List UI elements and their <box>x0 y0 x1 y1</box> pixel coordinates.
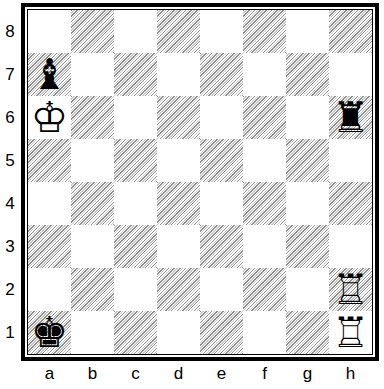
square-d3[interactable] <box>157 225 200 268</box>
board-grid: ♝♔♜♖♚♖ <box>28 10 372 354</box>
piece-black-rook[interactable]: ♜ <box>332 96 370 139</box>
square-c2[interactable] <box>114 268 157 311</box>
piece-white-king[interactable]: ♔ <box>31 96 69 139</box>
piece-white-rook[interactable]: ♖ <box>332 268 370 311</box>
square-e6[interactable] <box>200 96 243 139</box>
square-c7[interactable] <box>114 53 157 96</box>
square-e5[interactable] <box>200 139 243 182</box>
square-e3[interactable] <box>200 225 243 268</box>
square-d6[interactable] <box>157 96 200 139</box>
square-h3[interactable] <box>329 225 372 268</box>
square-a1[interactable]: ♚ <box>28 311 71 354</box>
square-a3[interactable] <box>28 225 71 268</box>
square-e1[interactable] <box>200 311 243 354</box>
file-label-b: b <box>71 361 114 387</box>
square-d1[interactable] <box>157 311 200 354</box>
square-e8[interactable] <box>200 10 243 53</box>
square-f8[interactable] <box>243 10 286 53</box>
file-label-d: d <box>157 361 200 387</box>
square-b8[interactable] <box>71 10 114 53</box>
chess-board-inner: ♝♔♜♖♚♖ <box>27 9 373 355</box>
rank-label-2: 2 <box>0 268 20 311</box>
file-label-e: e <box>200 361 243 387</box>
square-c6[interactable] <box>114 96 157 139</box>
rank-label-4: 4 <box>0 182 20 225</box>
rank-label-5: 5 <box>0 139 20 182</box>
rank-label-7: 7 <box>0 53 20 96</box>
square-e4[interactable] <box>200 182 243 225</box>
square-f3[interactable] <box>243 225 286 268</box>
square-h2[interactable]: ♖ <box>329 268 372 311</box>
square-d7[interactable] <box>157 53 200 96</box>
square-f1[interactable] <box>243 311 286 354</box>
square-d4[interactable] <box>157 182 200 225</box>
square-g2[interactable] <box>286 268 329 311</box>
square-h4[interactable] <box>329 182 372 225</box>
rank-label-1: 1 <box>0 311 20 354</box>
square-d8[interactable] <box>157 10 200 53</box>
square-b4[interactable] <box>71 182 114 225</box>
square-g5[interactable] <box>286 139 329 182</box>
square-g8[interactable] <box>286 10 329 53</box>
square-g6[interactable] <box>286 96 329 139</box>
file-label-f: f <box>243 361 286 387</box>
square-f4[interactable] <box>243 182 286 225</box>
rank-label-8: 8 <box>0 10 20 53</box>
square-a4[interactable] <box>28 182 71 225</box>
square-c3[interactable] <box>114 225 157 268</box>
piece-black-bishop[interactable]: ♝ <box>31 53 69 96</box>
square-f5[interactable] <box>243 139 286 182</box>
file-label-c: c <box>114 361 157 387</box>
square-b1[interactable] <box>71 311 114 354</box>
square-a7[interactable]: ♝ <box>28 53 71 96</box>
square-g1[interactable] <box>286 311 329 354</box>
piece-black-king[interactable]: ♚ <box>31 311 69 354</box>
chess-board: ♝♔♜♖♚♖ <box>21 3 379 361</box>
square-c8[interactable] <box>114 10 157 53</box>
chess-diagram: 87654321 ♝♔♜♖♚♖ abcdefgh <box>0 0 384 389</box>
square-h8[interactable] <box>329 10 372 53</box>
square-f6[interactable] <box>243 96 286 139</box>
square-h1[interactable]: ♖ <box>329 311 372 354</box>
file-label-h: h <box>329 361 372 387</box>
rank-label-3: 3 <box>0 225 20 268</box>
square-g4[interactable] <box>286 182 329 225</box>
square-c5[interactable] <box>114 139 157 182</box>
square-a6[interactable]: ♔ <box>28 96 71 139</box>
square-f7[interactable] <box>243 53 286 96</box>
square-f2[interactable] <box>243 268 286 311</box>
file-label-g: g <box>286 361 329 387</box>
square-c1[interactable] <box>114 311 157 354</box>
square-d5[interactable] <box>157 139 200 182</box>
square-g7[interactable] <box>286 53 329 96</box>
square-b6[interactable] <box>71 96 114 139</box>
rank-label-6: 6 <box>0 96 20 139</box>
piece-white-rook[interactable]: ♖ <box>332 311 370 354</box>
square-h7[interactable] <box>329 53 372 96</box>
file-label-a: a <box>28 361 71 387</box>
square-e7[interactable] <box>200 53 243 96</box>
square-h5[interactable] <box>329 139 372 182</box>
square-g3[interactable] <box>286 225 329 268</box>
square-d2[interactable] <box>157 268 200 311</box>
square-b3[interactable] <box>71 225 114 268</box>
square-b2[interactable] <box>71 268 114 311</box>
square-a8[interactable] <box>28 10 71 53</box>
square-e2[interactable] <box>200 268 243 311</box>
square-b5[interactable] <box>71 139 114 182</box>
square-b7[interactable] <box>71 53 114 96</box>
square-c4[interactable] <box>114 182 157 225</box>
square-h6[interactable]: ♜ <box>329 96 372 139</box>
square-a2[interactable] <box>28 268 71 311</box>
square-a5[interactable] <box>28 139 71 182</box>
